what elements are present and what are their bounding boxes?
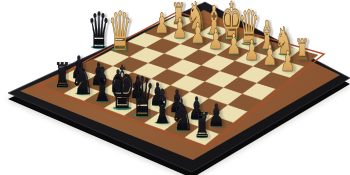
- piece-black-rook: ♜: [54, 55, 71, 94]
- chess-board: ♜♞♟♝♟♚♟♛♛♟♝♛♟♞♜♟♟♟♟♟♜♟♞♟♝♟♚♟♛♟♝♟♞♜: [0, 0, 350, 175]
- chess-set-product-photo: ♜♞♟♝♟♚♟♛♛♟♝♛♟♞♜♟♟♟♟♟♜♟♞♟♝♟♚♟♛♟♝♟♞♜: [0, 0, 350, 175]
- piece-white-pawn: ♟: [262, 40, 277, 72]
- piece-white-pawn: ♟: [244, 34, 259, 66]
- piece-white-pawn: ♟: [208, 23, 223, 55]
- piece-white-pawn: ♟: [226, 29, 241, 61]
- piece-black-rook: ♜: [194, 105, 211, 144]
- extra-black-queen: ♛: [88, 1, 110, 59]
- piece-black-knight: ♞: [70, 53, 94, 105]
- piece-white-pawn: ♟: [280, 45, 295, 77]
- piece-white-pawn: ♟: [190, 18, 205, 50]
- piece-white-rook: ♜: [295, 32, 310, 67]
- piece-black-knight: ♞: [170, 89, 194, 141]
- piece-white-pawn: ♟: [172, 13, 187, 45]
- piece-white-pawn: ♟: [154, 7, 169, 39]
